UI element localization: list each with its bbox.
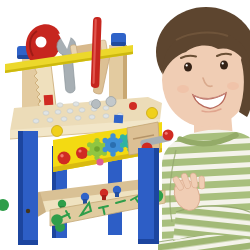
vise-ball-right xyxy=(163,130,174,141)
tray-green-knob-left xyxy=(51,214,63,226)
left-front-leg xyxy=(18,131,38,245)
red-table-knob xyxy=(129,102,137,110)
left-cheek xyxy=(177,85,189,93)
yellow-corner-knob-left xyxy=(52,126,63,137)
apron-red-knob-1 xyxy=(58,152,71,165)
right-cheek xyxy=(227,82,239,90)
saw-handle-hole xyxy=(36,37,47,48)
blue-block xyxy=(114,115,124,124)
yellow-corner-knob-right xyxy=(147,108,158,119)
scene-illustration xyxy=(0,0,250,250)
apron-red-knob-2 xyxy=(76,147,88,159)
product-photo xyxy=(0,0,250,250)
leg-hole xyxy=(26,209,30,213)
right-front-leg xyxy=(138,148,159,244)
pink-knob xyxy=(96,158,103,165)
red-block xyxy=(44,95,54,106)
